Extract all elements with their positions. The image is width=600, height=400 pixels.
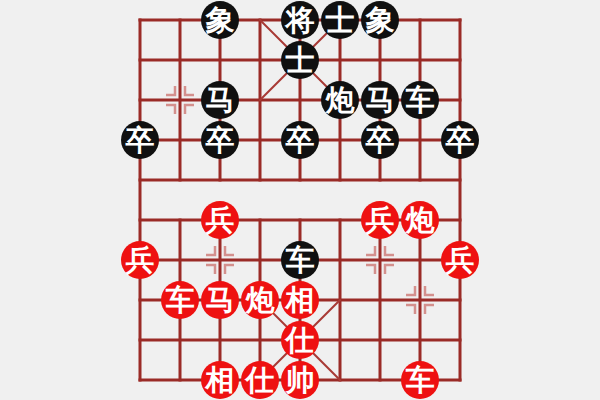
piece-red-elephant[interactable]: 相 [201,361,239,399]
piece-red-pawn[interactable]: 兵 [121,241,159,279]
piece-black-soldier[interactable]: 卒 [121,121,159,159]
piece-black-soldier[interactable]: 卒 [201,121,239,159]
piece-black-soldier[interactable]: 卒 [441,121,479,159]
piece-red-elephant[interactable]: 相 [281,281,319,319]
piece-red-pawn[interactable]: 兵 [201,201,239,239]
piece-red-advisor[interactable]: 仕 [281,321,319,359]
piece-black-horse[interactable]: 马 [361,81,399,119]
piece-black-horse[interactable]: 马 [201,81,239,119]
piece-black-soldier[interactable]: 卒 [361,121,399,159]
piece-red-horse[interactable]: 马 [201,281,239,319]
xiangqi-board-screen: 象将士象士马炮马车卒卒卒卒卒车兵兵炮兵兵车马炮相仕相仕帅车 [0,0,600,400]
piece-red-chariot[interactable]: 车 [161,281,199,319]
piece-red-pawn[interactable]: 兵 [361,201,399,239]
piece-red-pawn[interactable]: 兵 [441,241,479,279]
piece-black-elephant[interactable]: 象 [201,1,239,39]
piece-black-elephant[interactable]: 象 [361,1,399,39]
piece-black-chariot[interactable]: 车 [281,241,319,279]
xiangqi-board[interactable]: 象将士象士马炮马车卒卒卒卒卒车兵兵炮兵兵车马炮相仕相仕帅车 [120,0,480,400]
piece-red-cannon[interactable]: 炮 [401,201,439,239]
piece-red-advisor[interactable]: 仕 [241,361,279,399]
piece-black-general[interactable]: 将 [281,1,319,39]
piece-black-chariot[interactable]: 车 [401,81,439,119]
piece-black-soldier[interactable]: 卒 [281,121,319,159]
piece-black-cannon[interactable]: 炮 [321,81,359,119]
piece-red-general[interactable]: 帅 [281,361,319,399]
piece-black-advisor[interactable]: 士 [281,41,319,79]
piece-red-chariot[interactable]: 车 [401,361,439,399]
piece-black-advisor[interactable]: 士 [321,1,359,39]
piece-red-cannon[interactable]: 炮 [241,281,279,319]
